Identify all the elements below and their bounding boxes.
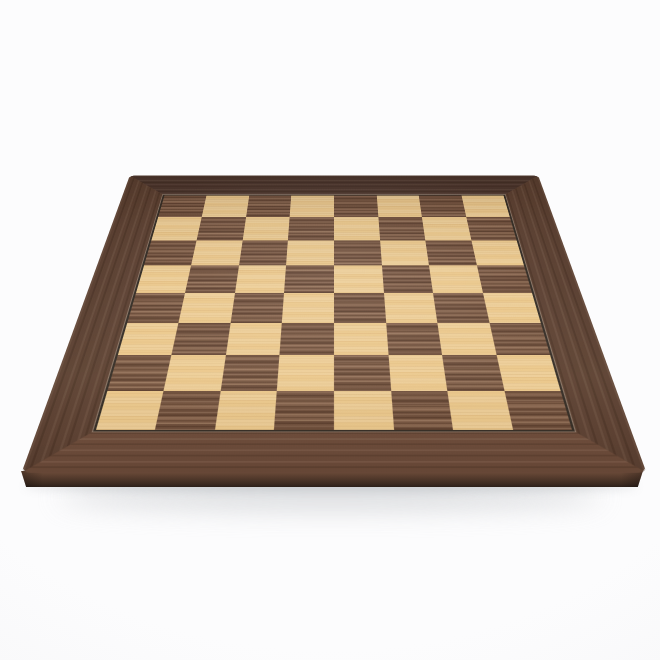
- square-b7: [197, 217, 246, 240]
- square-g1: [447, 391, 512, 430]
- square-a6: [144, 240, 197, 265]
- square-g4: [433, 293, 489, 323]
- square-g3: [437, 323, 496, 355]
- square-c7: [243, 217, 290, 240]
- square-d3: [280, 323, 334, 355]
- square-g8: [419, 195, 466, 217]
- square-h4: [483, 293, 541, 323]
- square-e7: [334, 217, 380, 240]
- square-g7: [422, 217, 471, 240]
- square-b8: [202, 195, 249, 217]
- square-a1: [96, 391, 164, 430]
- square-b4: [179, 293, 235, 323]
- square-d5: [284, 266, 334, 293]
- square-f1: [391, 391, 453, 430]
- square-e8: [334, 195, 378, 217]
- square-f5: [382, 266, 434, 293]
- square-h5: [477, 266, 533, 293]
- square-b6: [191, 240, 242, 265]
- square-e3: [334, 323, 388, 355]
- chess-board: [21, 176, 646, 473]
- square-e6: [334, 240, 382, 265]
- square-f3: [386, 323, 442, 355]
- square-a8: [158, 195, 207, 217]
- square-b1: [155, 391, 220, 430]
- square-b2: [164, 355, 226, 391]
- square-a4: [127, 293, 185, 323]
- square-d7: [288, 217, 334, 240]
- square-c8: [246, 195, 292, 217]
- board-grid: [96, 195, 572, 429]
- square-d4: [282, 293, 334, 323]
- square-h6: [471, 240, 524, 265]
- square-c2: [221, 355, 280, 391]
- photo-background: [0, 0, 660, 660]
- square-c6: [239, 240, 288, 265]
- square-c3: [226, 323, 282, 355]
- square-h2: [496, 355, 560, 391]
- square-f7: [378, 217, 425, 240]
- square-h7: [466, 217, 517, 240]
- square-a2: [107, 355, 171, 391]
- square-f4: [384, 293, 438, 323]
- square-c4: [231, 293, 285, 323]
- square-e4: [334, 293, 386, 323]
- board-side-edge: [18, 471, 646, 487]
- square-a3: [118, 323, 179, 355]
- square-b5: [185, 266, 239, 293]
- square-e1: [334, 391, 394, 430]
- square-f2: [388, 355, 447, 391]
- square-f6: [380, 240, 429, 265]
- square-g2: [442, 355, 504, 391]
- square-g5: [429, 266, 483, 293]
- square-f8: [376, 195, 422, 217]
- square-b3: [172, 323, 231, 355]
- square-d1: [274, 391, 334, 430]
- square-e2: [334, 355, 391, 391]
- square-g6: [425, 240, 476, 265]
- square-d6: [286, 240, 334, 265]
- square-a7: [151, 217, 202, 240]
- square-h1: [504, 391, 572, 430]
- square-e5: [334, 266, 384, 293]
- square-d8: [290, 195, 334, 217]
- square-c5: [235, 266, 287, 293]
- square-h3: [489, 323, 550, 355]
- square-d2: [277, 355, 334, 391]
- square-h8: [461, 195, 510, 217]
- square-c1: [215, 391, 277, 430]
- square-a5: [136, 266, 192, 293]
